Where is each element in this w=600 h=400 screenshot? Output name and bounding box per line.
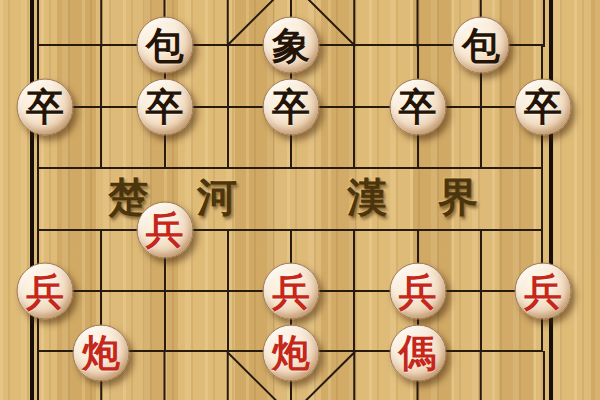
piece-glyph: 卒 [272, 88, 310, 126]
piece-glyph: 象 [272, 26, 310, 64]
piece-glyph: 兵 [272, 272, 310, 310]
red-soldier-piece[interactable]: 兵 [17, 263, 74, 320]
board-outer-border-right [549, 0, 553, 400]
point-marker [464, 336, 498, 370]
piece-glyph: 卒 [26, 88, 64, 126]
piece-glyph: 炮 [82, 334, 120, 372]
river-char-han: 漢 [347, 170, 387, 225]
black-soldier-piece[interactable]: 卒 [263, 78, 320, 135]
black-soldier-piece[interactable]: 卒 [515, 78, 572, 135]
red-soldier-piece[interactable]: 兵 [263, 263, 320, 320]
red-cannon-piece[interactable]: 炮 [73, 324, 130, 381]
red-soldier-piece[interactable]: 兵 [389, 263, 446, 320]
red-horse-piece[interactable]: 傌 [389, 324, 446, 381]
piece-glyph: 卒 [399, 88, 437, 126]
piece-glyph: 兵 [26, 272, 64, 310]
red-cannon-piece[interactable]: 炮 [263, 324, 320, 381]
black-soldier-piece[interactable]: 卒 [17, 78, 74, 135]
river-char-he: 河 [197, 170, 237, 225]
black-soldier-piece[interactable]: 卒 [389, 78, 446, 135]
black-cannon-piece[interactable]: 包 [136, 17, 193, 74]
piece-glyph: 兵 [146, 211, 184, 249]
point-marker [148, 274, 182, 308]
piece-glyph: 卒 [146, 88, 184, 126]
red-soldier-piece[interactable]: 兵 [515, 263, 572, 320]
red-soldier-piece[interactable]: 兵 [136, 201, 193, 258]
river-band: 楚 河 漢 界 [38, 169, 544, 229]
piece-glyph: 炮 [272, 334, 310, 372]
black-elephant-piece[interactable]: 象 [263, 17, 320, 74]
point-marker [84, 28, 118, 62]
xiangqi-board[interactable]: 楚 河 漢 界 包象包卒卒卒卒卒兵兵兵兵兵炮炮傌 [0, 0, 600, 400]
black-soldier-piece[interactable]: 卒 [136, 78, 193, 135]
black-cannon-piece[interactable]: 包 [452, 17, 509, 74]
piece-glyph: 包 [462, 26, 500, 64]
piece-glyph: 兵 [399, 272, 437, 310]
piece-glyph: 包 [146, 26, 184, 64]
piece-glyph: 兵 [524, 272, 562, 310]
board-outer-border-left [30, 0, 34, 400]
piece-glyph: 卒 [524, 88, 562, 126]
river-char-jie: 界 [438, 170, 478, 225]
selection-brackets [387, 322, 449, 384]
